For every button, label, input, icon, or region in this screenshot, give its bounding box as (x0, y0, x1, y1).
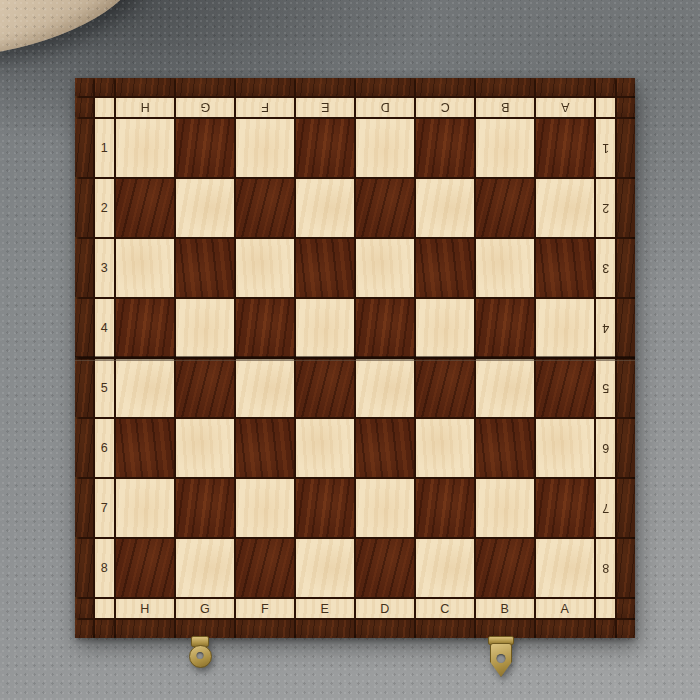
frame-segment (75, 620, 93, 638)
rank-label-left-8: 8 (95, 539, 114, 597)
rank-label-left-1: 1 (95, 119, 114, 177)
frame-segment (416, 78, 474, 96)
rank-label-left-6: 6 (95, 419, 114, 477)
square-b4[interactable] (476, 299, 534, 357)
square-h2[interactable] (116, 179, 174, 237)
rank-label-left-4: 4 (95, 299, 114, 357)
square-f4[interactable] (236, 299, 294, 357)
square-f2[interactable] (236, 179, 294, 237)
square-b1[interactable] (476, 119, 534, 177)
frame-segment (536, 620, 594, 638)
frame-segment (356, 620, 414, 638)
frame-segment (75, 359, 93, 417)
frame-segment (617, 179, 635, 237)
frame-segment (536, 78, 594, 96)
square-d1[interactable] (356, 119, 414, 177)
label-corner (95, 98, 114, 117)
square-f1[interactable] (236, 119, 294, 177)
square-f5[interactable] (236, 359, 294, 417)
frame-segment (236, 78, 294, 96)
square-g5[interactable] (176, 359, 234, 417)
frame-segment (75, 98, 93, 117)
rank-label-right-4: 4 (596, 299, 615, 357)
file-label-bottom-f: F (236, 599, 294, 618)
square-b3[interactable] (476, 239, 534, 297)
square-b2[interactable] (476, 179, 534, 237)
square-d6[interactable] (356, 419, 414, 477)
frame-segment (476, 78, 534, 96)
square-b5[interactable] (476, 359, 534, 417)
square-d3[interactable] (356, 239, 414, 297)
frame-segment (75, 239, 93, 297)
label-corner (596, 98, 615, 117)
frame-segment (356, 78, 414, 96)
rank-label-right-6: 6 (596, 419, 615, 477)
rank-label-left-5: 5 (95, 359, 114, 417)
square-c8[interactable] (416, 539, 474, 597)
rank-label-left-7: 7 (95, 479, 114, 537)
square-d8[interactable] (356, 539, 414, 597)
file-label-top-d: D (356, 98, 414, 117)
square-c3[interactable] (416, 239, 474, 297)
frame-segment (75, 299, 93, 357)
label-corner (596, 599, 615, 618)
square-a3[interactable] (536, 239, 594, 297)
square-f6[interactable] (236, 419, 294, 477)
square-e3[interactable] (296, 239, 354, 297)
file-label-top-c: C (416, 98, 474, 117)
square-h8[interactable] (116, 539, 174, 597)
square-g3[interactable] (176, 239, 234, 297)
latch-hole (197, 652, 204, 659)
frame-segment (75, 78, 93, 96)
frame-segment (617, 419, 635, 477)
rank-label-right-1: 1 (596, 119, 615, 177)
rank-label-right-2: 2 (596, 179, 615, 237)
file-label-bottom-h: H (116, 599, 174, 618)
file-label-top-h: H (116, 98, 174, 117)
file-label-top-a: A (536, 98, 594, 117)
latch-ring (189, 645, 212, 668)
rank-label-left-2: 2 (95, 179, 114, 237)
label-corner (95, 599, 114, 618)
frame-segment (75, 599, 93, 618)
file-label-top-f: F (236, 98, 294, 117)
square-a6[interactable] (536, 419, 594, 477)
frame-segment (116, 620, 174, 638)
square-a7[interactable] (536, 479, 594, 537)
frame-segment (617, 620, 635, 638)
frame-segment (617, 539, 635, 597)
brass-latch-right[interactable] (488, 636, 514, 677)
rank-label-right-7: 7 (596, 479, 615, 537)
brass-latch-left[interactable] (187, 636, 213, 668)
file-label-top-e: E (296, 98, 354, 117)
latch-ring (490, 643, 512, 677)
frame-segment (75, 539, 93, 597)
frame-segment (296, 78, 354, 96)
frame-segment (296, 620, 354, 638)
frame-segment (75, 479, 93, 537)
frame-segment (617, 78, 635, 96)
square-a5[interactable] (536, 359, 594, 417)
frame-segment (617, 98, 635, 117)
frame-segment (617, 239, 635, 297)
square-h6[interactable] (116, 419, 174, 477)
rank-label-right-5: 5 (596, 359, 615, 417)
square-b8[interactable] (476, 539, 534, 597)
frame-segment (617, 299, 635, 357)
frame-segment (236, 620, 294, 638)
square-f3[interactable] (236, 239, 294, 297)
file-label-top-b: B (476, 98, 534, 117)
square-d5[interactable] (356, 359, 414, 417)
square-c7[interactable] (416, 479, 474, 537)
rank-label-right-8: 8 (596, 539, 615, 597)
square-g4[interactable] (176, 299, 234, 357)
frame-segment (116, 78, 174, 96)
square-a2[interactable] (536, 179, 594, 237)
square-e7[interactable] (296, 479, 354, 537)
file-label-top-g: G (176, 98, 234, 117)
square-d4[interactable] (356, 299, 414, 357)
square-b7[interactable] (476, 479, 534, 537)
frame-segment (75, 119, 93, 177)
frame-segment (617, 599, 635, 618)
square-h7[interactable] (116, 479, 174, 537)
file-label-bottom-c: C (416, 599, 474, 618)
square-h3[interactable] (116, 239, 174, 297)
square-e6[interactable] (296, 419, 354, 477)
square-g8[interactable] (176, 539, 234, 597)
frame-segment (617, 359, 635, 417)
square-c5[interactable] (416, 359, 474, 417)
square-h1[interactable] (116, 119, 174, 177)
square-a8[interactable] (536, 539, 594, 597)
latch-hole (497, 654, 506, 663)
rank-label-right-3: 3 (596, 239, 615, 297)
frame-segment (596, 78, 615, 96)
frame-segment (95, 620, 114, 638)
square-e8[interactable] (296, 539, 354, 597)
frame-segment (617, 119, 635, 177)
square-e4[interactable] (296, 299, 354, 357)
board-grid: HGFEDCBA1122334455667788HGFEDCBA (75, 78, 635, 638)
file-label-bottom-g: G (176, 599, 234, 618)
square-d7[interactable] (356, 479, 414, 537)
square-a1[interactable] (536, 119, 594, 177)
frame-segment (416, 620, 474, 638)
square-e5[interactable] (296, 359, 354, 417)
fabric-object (0, 0, 151, 79)
chess-board: HGFEDCBA1122334455667788HGFEDCBA (75, 78, 635, 638)
frame-segment (617, 479, 635, 537)
file-label-bottom-b: B (476, 599, 534, 618)
square-c2[interactable] (416, 179, 474, 237)
square-g6[interactable] (176, 419, 234, 477)
frame-segment (75, 179, 93, 237)
square-d2[interactable] (356, 179, 414, 237)
square-h5[interactable] (116, 359, 174, 417)
file-label-bottom-a: A (536, 599, 594, 618)
frame-segment (95, 78, 114, 96)
frame-segment (176, 78, 234, 96)
square-e1[interactable] (296, 119, 354, 177)
file-label-bottom-d: D (356, 599, 414, 618)
square-f8[interactable] (236, 539, 294, 597)
square-c6[interactable] (416, 419, 474, 477)
square-h4[interactable] (116, 299, 174, 357)
square-g2[interactable] (176, 179, 234, 237)
frame-segment (596, 620, 615, 638)
square-g7[interactable] (176, 479, 234, 537)
file-label-bottom-e: E (296, 599, 354, 618)
frame-segment (75, 419, 93, 477)
square-a4[interactable] (536, 299, 594, 357)
square-g1[interactable] (176, 119, 234, 177)
photo-scene: HGFEDCBA1122334455667788HGFEDCBA (0, 0, 700, 700)
square-e2[interactable] (296, 179, 354, 237)
square-f7[interactable] (236, 479, 294, 537)
square-c1[interactable] (416, 119, 474, 177)
rank-label-left-3: 3 (95, 239, 114, 297)
square-b6[interactable] (476, 419, 534, 477)
square-c4[interactable] (416, 299, 474, 357)
